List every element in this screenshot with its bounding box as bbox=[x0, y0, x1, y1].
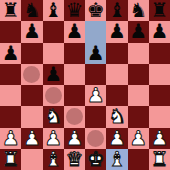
black-pawn: ♟ bbox=[65, 21, 83, 42]
black-pawn: ♟ bbox=[87, 43, 105, 64]
white-pawn: ♟ bbox=[87, 85, 105, 106]
square-c3[interactable]: ♞ bbox=[43, 106, 64, 127]
square-g2[interactable]: ♟ bbox=[128, 128, 149, 149]
black-rook: ♜ bbox=[150, 0, 168, 21]
square-e4[interactable]: ♟ bbox=[85, 85, 106, 106]
white-bishop: ♝ bbox=[44, 149, 62, 170]
black-pawn: ♟ bbox=[44, 64, 62, 85]
black-bishop: ♝ bbox=[44, 0, 62, 21]
legal-move-dot[interactable] bbox=[87, 130, 104, 147]
square-g6[interactable] bbox=[128, 43, 149, 64]
square-c8[interactable]: ♝ bbox=[43, 0, 64, 21]
square-h1[interactable]: ♜ bbox=[149, 149, 170, 170]
black-pawn: ♟ bbox=[150, 21, 168, 42]
square-d6[interactable] bbox=[64, 43, 85, 64]
square-d8[interactable]: ♛ bbox=[64, 0, 85, 21]
square-c4[interactable] bbox=[43, 85, 64, 106]
legal-move-dot[interactable] bbox=[23, 66, 40, 83]
square-b4[interactable] bbox=[21, 85, 42, 106]
white-pawn: ♟ bbox=[108, 128, 126, 149]
square-f5[interactable] bbox=[106, 64, 127, 85]
square-e3[interactable] bbox=[85, 106, 106, 127]
white-knight: ♞ bbox=[108, 106, 126, 127]
square-e2[interactable] bbox=[85, 128, 106, 149]
square-g8[interactable]: ♞ bbox=[128, 0, 149, 21]
square-f3[interactable]: ♞ bbox=[106, 106, 127, 127]
square-e1[interactable]: ♚ bbox=[85, 149, 106, 170]
square-f1[interactable]: ♝ bbox=[106, 149, 127, 170]
square-f4[interactable] bbox=[106, 85, 127, 106]
square-d4[interactable] bbox=[64, 85, 85, 106]
square-a4[interactable] bbox=[0, 85, 21, 106]
black-rook: ♜ bbox=[2, 0, 20, 21]
black-king: ♚ bbox=[87, 0, 105, 21]
square-a3[interactable] bbox=[0, 106, 21, 127]
square-b7[interactable]: ♟ bbox=[21, 21, 42, 42]
white-bishop: ♝ bbox=[108, 149, 126, 170]
black-bishop: ♝ bbox=[108, 0, 126, 21]
square-g7[interactable]: ♟ bbox=[128, 21, 149, 42]
square-a7[interactable] bbox=[0, 21, 21, 42]
square-d5[interactable] bbox=[64, 64, 85, 85]
black-queen: ♛ bbox=[65, 0, 83, 21]
square-e5[interactable] bbox=[85, 64, 106, 85]
black-pawn: ♟ bbox=[108, 21, 126, 42]
chess-board: ♜♞♝♛♚♝♞♜♟♟♟♟♟♟♟♟♟♞♞♟♟♟♟♟♟♟♜♝♛♚♝♜ bbox=[0, 0, 170, 170]
square-a1[interactable]: ♜ bbox=[0, 149, 21, 170]
square-g5[interactable] bbox=[128, 64, 149, 85]
square-c7[interactable] bbox=[43, 21, 64, 42]
square-b5[interactable] bbox=[21, 64, 42, 85]
black-knight: ♞ bbox=[23, 0, 41, 21]
square-g3[interactable] bbox=[128, 106, 149, 127]
white-pawn: ♟ bbox=[2, 128, 20, 149]
square-d7[interactable]: ♟ bbox=[64, 21, 85, 42]
square-d1[interactable]: ♛ bbox=[64, 149, 85, 170]
white-pawn: ♟ bbox=[65, 128, 83, 149]
white-pawn: ♟ bbox=[23, 128, 41, 149]
white-rook: ♜ bbox=[2, 149, 20, 170]
square-d2[interactable]: ♟ bbox=[64, 128, 85, 149]
square-f6[interactable] bbox=[106, 43, 127, 64]
white-pawn: ♟ bbox=[150, 128, 168, 149]
square-h7[interactable]: ♟ bbox=[149, 21, 170, 42]
square-h4[interactable] bbox=[149, 85, 170, 106]
legal-move-dot[interactable] bbox=[66, 108, 83, 125]
square-h2[interactable]: ♟ bbox=[149, 128, 170, 149]
square-f8[interactable]: ♝ bbox=[106, 0, 127, 21]
white-queen: ♛ bbox=[65, 149, 83, 170]
square-a6[interactable]: ♟ bbox=[0, 43, 21, 64]
square-h8[interactable]: ♜ bbox=[149, 0, 170, 21]
square-h3[interactable] bbox=[149, 106, 170, 127]
square-a5[interactable] bbox=[0, 64, 21, 85]
square-b1[interactable] bbox=[21, 149, 42, 170]
square-h5[interactable] bbox=[149, 64, 170, 85]
white-king: ♚ bbox=[87, 149, 105, 170]
square-a8[interactable]: ♜ bbox=[0, 0, 21, 21]
white-pawn: ♟ bbox=[129, 128, 147, 149]
square-e8[interactable]: ♚ bbox=[85, 0, 106, 21]
square-f2[interactable]: ♟ bbox=[106, 128, 127, 149]
square-b8[interactable]: ♞ bbox=[21, 0, 42, 21]
square-h6[interactable] bbox=[149, 43, 170, 64]
square-d3[interactable] bbox=[64, 106, 85, 127]
square-e6[interactable]: ♟ bbox=[85, 43, 106, 64]
white-rook: ♜ bbox=[150, 149, 168, 170]
square-c5[interactable]: ♟ bbox=[43, 64, 64, 85]
black-pawn: ♟ bbox=[2, 43, 20, 64]
black-pawn: ♟ bbox=[129, 21, 147, 42]
black-pawn: ♟ bbox=[23, 21, 41, 42]
white-pawn: ♟ bbox=[44, 128, 62, 149]
square-g4[interactable] bbox=[128, 85, 149, 106]
square-g1[interactable] bbox=[128, 149, 149, 170]
square-a2[interactable]: ♟ bbox=[0, 128, 21, 149]
legal-move-dot[interactable] bbox=[45, 87, 62, 104]
black-knight: ♞ bbox=[129, 0, 147, 21]
square-c6[interactable] bbox=[43, 43, 64, 64]
square-c1[interactable]: ♝ bbox=[43, 149, 64, 170]
white-knight: ♞ bbox=[44, 106, 62, 127]
square-b6[interactable] bbox=[21, 43, 42, 64]
square-b3[interactable] bbox=[21, 106, 42, 127]
square-f7[interactable]: ♟ bbox=[106, 21, 127, 42]
square-b2[interactable]: ♟ bbox=[21, 128, 42, 149]
square-e7[interactable] bbox=[85, 21, 106, 42]
square-c2[interactable]: ♟ bbox=[43, 128, 64, 149]
